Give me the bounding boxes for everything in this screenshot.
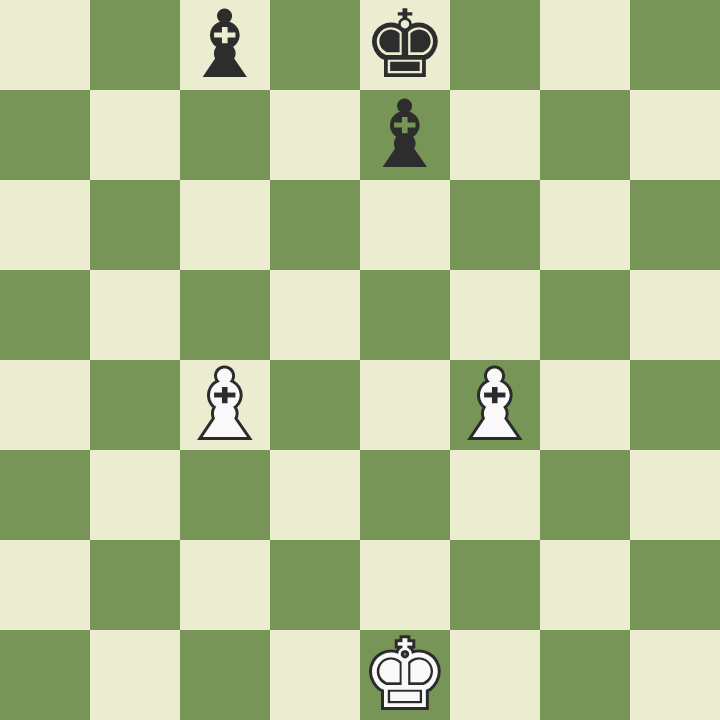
square-b1[interactable] [90,630,180,720]
square-c8[interactable]: ♝ [180,0,270,90]
square-b3[interactable] [90,450,180,540]
square-d4[interactable] [270,360,360,450]
square-f7[interactable] [450,90,540,180]
square-f2[interactable] [450,540,540,630]
piece-black-bishop[interactable]: ♝ [363,90,447,180]
square-c3[interactable] [180,450,270,540]
piece-white-bishop[interactable]: ♝ [453,360,537,450]
square-d2[interactable] [270,540,360,630]
square-e7[interactable]: ♝ [360,90,450,180]
square-g7[interactable] [540,90,630,180]
square-d8[interactable] [270,0,360,90]
square-b2[interactable] [90,540,180,630]
square-a4[interactable] [0,360,90,450]
square-f6[interactable] [450,180,540,270]
square-g1[interactable] [540,630,630,720]
square-a7[interactable] [0,90,90,180]
square-g5[interactable] [540,270,630,360]
square-e5[interactable] [360,270,450,360]
square-d5[interactable] [270,270,360,360]
square-e1[interactable]: ♚ [360,630,450,720]
square-h3[interactable] [630,450,720,540]
square-e4[interactable] [360,360,450,450]
square-h2[interactable] [630,540,720,630]
square-e8[interactable]: ♚ [360,0,450,90]
square-d7[interactable] [270,90,360,180]
square-g8[interactable] [540,0,630,90]
square-h6[interactable] [630,180,720,270]
chess-board: ♝♚♝♝♝♚ [0,0,720,720]
square-f8[interactable] [450,0,540,90]
square-g6[interactable] [540,180,630,270]
square-h5[interactable] [630,270,720,360]
square-f3[interactable] [450,450,540,540]
piece-white-king[interactable]: ♚ [363,630,447,720]
square-c6[interactable] [180,180,270,270]
square-a5[interactable] [0,270,90,360]
square-d3[interactable] [270,450,360,540]
square-g2[interactable] [540,540,630,630]
square-c2[interactable] [180,540,270,630]
square-a8[interactable] [0,0,90,90]
square-c5[interactable] [180,270,270,360]
piece-white-bishop[interactable]: ♝ [183,360,267,450]
square-f1[interactable] [450,630,540,720]
square-b7[interactable] [90,90,180,180]
square-h8[interactable] [630,0,720,90]
square-e6[interactable] [360,180,450,270]
square-b6[interactable] [90,180,180,270]
piece-black-bishop[interactable]: ♝ [183,0,267,90]
square-h4[interactable] [630,360,720,450]
square-a3[interactable] [0,450,90,540]
square-d1[interactable] [270,630,360,720]
square-f5[interactable] [450,270,540,360]
square-b8[interactable] [90,0,180,90]
square-a2[interactable] [0,540,90,630]
square-e3[interactable] [360,450,450,540]
square-g3[interactable] [540,450,630,540]
square-e2[interactable] [360,540,450,630]
square-c7[interactable] [180,90,270,180]
square-f4[interactable]: ♝ [450,360,540,450]
piece-black-king[interactable]: ♚ [363,0,447,90]
square-h1[interactable] [630,630,720,720]
square-c4[interactable]: ♝ [180,360,270,450]
square-g4[interactable] [540,360,630,450]
square-a6[interactable] [0,180,90,270]
square-h7[interactable] [630,90,720,180]
square-d6[interactable] [270,180,360,270]
square-b4[interactable] [90,360,180,450]
square-c1[interactable] [180,630,270,720]
square-a1[interactable] [0,630,90,720]
square-b5[interactable] [90,270,180,360]
